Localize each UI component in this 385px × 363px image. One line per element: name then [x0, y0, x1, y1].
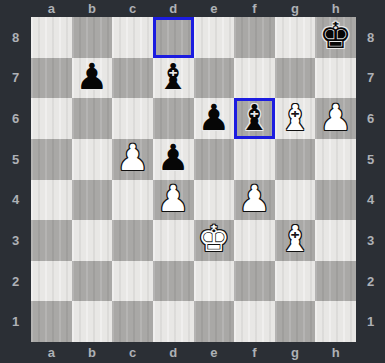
square-f3[interactable]: [234, 220, 275, 261]
square-g8[interactable]: [275, 17, 316, 58]
square-d4[interactable]: ♟: [153, 180, 194, 221]
square-e3[interactable]: ♚: [194, 220, 235, 261]
file-label-top-e: e: [194, 0, 235, 17]
file-label-top-a: a: [31, 0, 72, 17]
square-h2[interactable]: [315, 261, 356, 302]
square-c7[interactable]: [112, 58, 153, 99]
rank-label-right-7: 7: [356, 58, 385, 99]
square-f2[interactable]: [234, 261, 275, 302]
rank-label-right-3: 3: [356, 220, 385, 261]
rank-label-left-7: 7: [0, 58, 31, 99]
square-e2[interactable]: [194, 261, 235, 302]
file-label-bottom-c: c: [112, 342, 153, 363]
rank-labels-right: 87654321: [356, 17, 385, 342]
file-label-bottom-f: f: [234, 342, 275, 363]
square-g2[interactable]: [275, 261, 316, 302]
black-pawn-d5: ♟: [157, 140, 189, 176]
white-pawn-f4: ♟: [238, 181, 270, 217]
file-label-top-c: c: [112, 0, 153, 17]
square-a3[interactable]: [31, 220, 72, 261]
square-e5[interactable]: [194, 139, 235, 180]
square-a2[interactable]: [31, 261, 72, 302]
file-label-top-h: h: [315, 0, 356, 17]
square-c3[interactable]: [112, 220, 153, 261]
black-pawn-b7: ♟: [76, 59, 108, 95]
file-label-top-b: b: [72, 0, 113, 17]
square-c5[interactable]: ♟: [112, 139, 153, 180]
rank-label-left-5: 5: [0, 139, 31, 180]
file-label-bottom-d: d: [153, 342, 194, 363]
square-h4[interactable]: [315, 180, 356, 221]
file-label-bottom-g: g: [275, 342, 316, 363]
rank-label-left-1: 1: [0, 301, 31, 342]
rank-label-left-8: 8: [0, 17, 31, 58]
square-e1[interactable]: [194, 301, 235, 342]
file-label-top-f: f: [234, 0, 275, 17]
square-f4[interactable]: ♟: [234, 180, 275, 221]
board: ♚♟♝♟♝♝♟♟♟♟♟♚♝: [31, 17, 356, 342]
square-c1[interactable]: [112, 301, 153, 342]
square-a7[interactable]: [31, 58, 72, 99]
black-pawn-e6: ♟: [198, 100, 230, 136]
file-label-bottom-a: a: [31, 342, 72, 363]
square-g6[interactable]: ♝: [275, 98, 316, 139]
file-label-bottom-h: h: [315, 342, 356, 363]
file-labels-bottom: abcdefgh: [31, 342, 356, 363]
square-g1[interactable]: [275, 301, 316, 342]
rank-label-right-2: 2: [356, 261, 385, 302]
square-f7[interactable]: [234, 58, 275, 99]
square-h6[interactable]: ♟: [315, 98, 356, 139]
square-d1[interactable]: [153, 301, 194, 342]
square-c6[interactable]: [112, 98, 153, 139]
white-pawn-d4: ♟: [157, 181, 189, 217]
square-f1[interactable]: [234, 301, 275, 342]
white-pawn-c5: ♟: [116, 140, 148, 176]
square-b2[interactable]: [72, 261, 113, 302]
square-b7[interactable]: ♟: [72, 58, 113, 99]
square-a6[interactable]: [31, 98, 72, 139]
rank-label-right-6: 6: [356, 98, 385, 139]
rank-labels-left: 87654321: [0, 17, 31, 342]
square-a8[interactable]: [31, 17, 72, 58]
square-b6[interactable]: [72, 98, 113, 139]
square-b4[interactable]: [72, 180, 113, 221]
square-b1[interactable]: [72, 301, 113, 342]
file-label-top-d: d: [153, 0, 194, 17]
rank-label-left-6: 6: [0, 98, 31, 139]
square-c4[interactable]: [112, 180, 153, 221]
rank-label-right-5: 5: [356, 139, 385, 180]
square-g4[interactable]: [275, 180, 316, 221]
square-d6[interactable]: [153, 98, 194, 139]
black-bishop-f6: ♝: [238, 100, 270, 136]
square-e8[interactable]: [194, 17, 235, 58]
white-king-e3: ♚: [198, 221, 230, 257]
file-label-bottom-e: e: [194, 342, 235, 363]
file-label-top-g: g: [275, 0, 316, 17]
square-f5[interactable]: [234, 139, 275, 180]
rank-label-left-4: 4: [0, 180, 31, 221]
square-b5[interactable]: [72, 139, 113, 180]
square-d8[interactable]: [153, 17, 194, 58]
black-bishop-d7: ♝: [157, 59, 189, 95]
white-bishop-g3: ♝: [279, 221, 311, 257]
square-e6[interactable]: ♟: [194, 98, 235, 139]
square-a5[interactable]: [31, 139, 72, 180]
square-b8[interactable]: [72, 17, 113, 58]
square-h5[interactable]: [315, 139, 356, 180]
file-label-bottom-b: b: [72, 342, 113, 363]
square-d7[interactable]: ♝: [153, 58, 194, 99]
white-bishop-g6: ♝: [279, 100, 311, 136]
rank-label-right-4: 4: [356, 180, 385, 221]
rank-label-left-3: 3: [0, 220, 31, 261]
rank-label-left-2: 2: [0, 261, 31, 302]
white-pawn-h6: ♟: [320, 100, 352, 136]
square-f6[interactable]: ♝: [234, 98, 275, 139]
square-g7[interactable]: [275, 58, 316, 99]
square-h1[interactable]: [315, 301, 356, 342]
square-c2[interactable]: [112, 261, 153, 302]
square-d3[interactable]: [153, 220, 194, 261]
square-g3[interactable]: ♝: [275, 220, 316, 261]
square-b3[interactable]: [72, 220, 113, 261]
square-g5[interactable]: [275, 139, 316, 180]
square-a1[interactable]: [31, 301, 72, 342]
black-king-h8: ♚: [320, 18, 352, 54]
square-h8[interactable]: ♚: [315, 17, 356, 58]
square-c8[interactable]: [112, 17, 153, 58]
square-f8[interactable]: [234, 17, 275, 58]
rank-label-right-1: 1: [356, 301, 385, 342]
square-a4[interactable]: [31, 180, 72, 221]
square-d5[interactable]: ♟: [153, 139, 194, 180]
square-h7[interactable]: [315, 58, 356, 99]
square-d2[interactable]: [153, 261, 194, 302]
square-e4[interactable]: [194, 180, 235, 221]
file-labels-top: abcdefgh: [31, 0, 356, 17]
square-e7[interactable]: [194, 58, 235, 99]
rank-label-right-8: 8: [356, 17, 385, 58]
chess-board-panel: abcdefgh 87654321 ♚♟♝♟♝♝♟♟♟♟♟♚♝ 87654321…: [0, 0, 385, 363]
square-h3[interactable]: [315, 220, 356, 261]
